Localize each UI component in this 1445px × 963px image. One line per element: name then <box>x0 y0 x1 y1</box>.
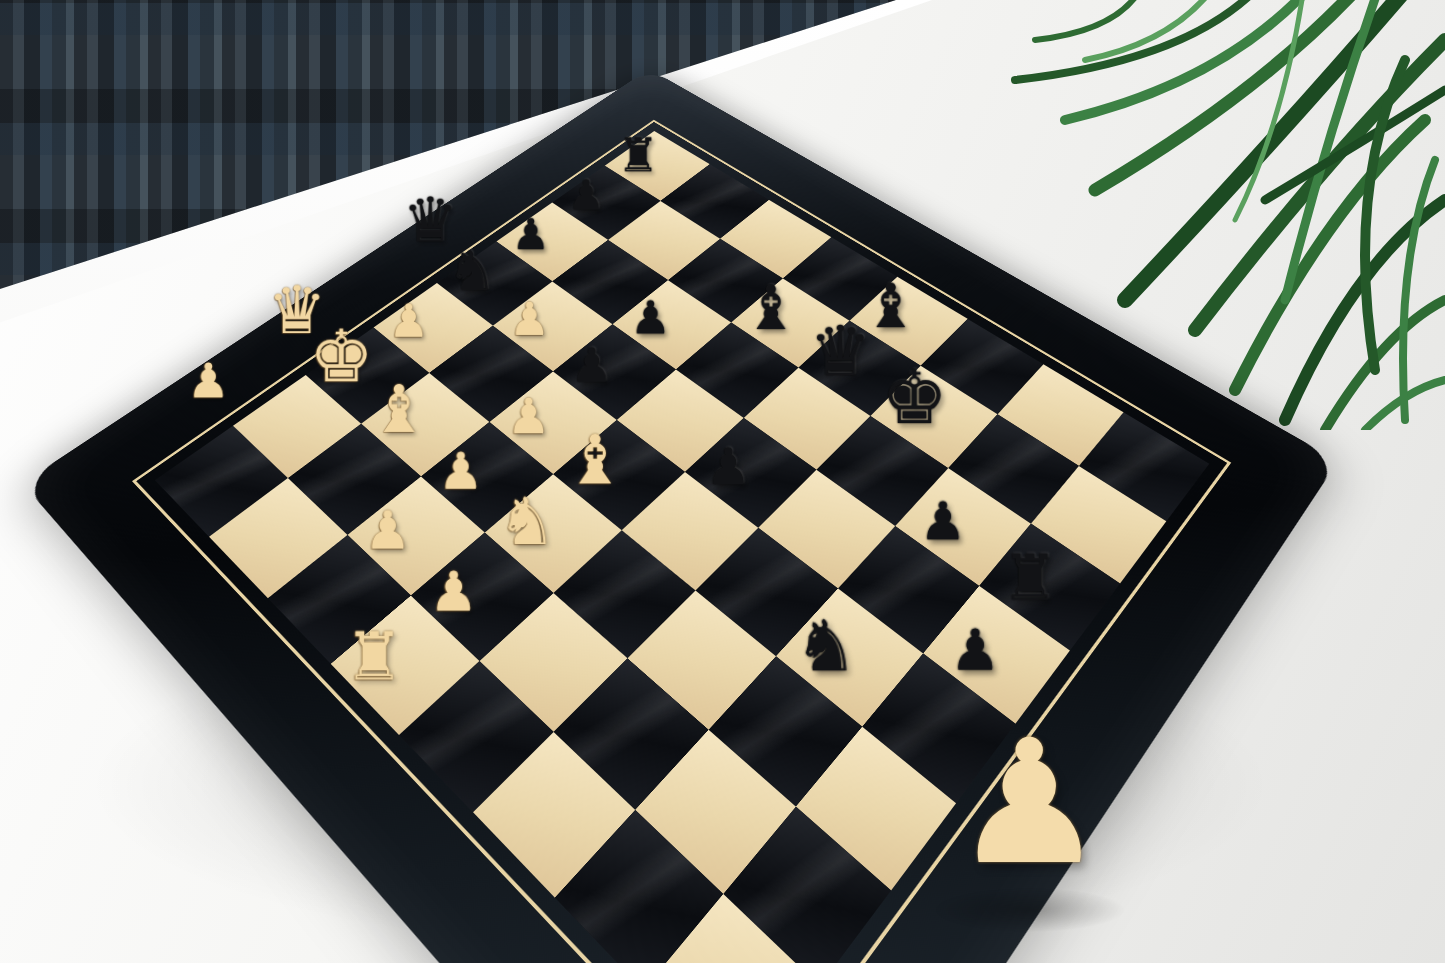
piece-white-knight[interactable]: ♞ <box>498 489 557 554</box>
piece-black-pawn[interactable]: ♟ <box>570 342 612 389</box>
piece-border-white-pawn[interactable]: ♟ <box>187 357 230 405</box>
piece-black-knight[interactable]: ♞ <box>794 611 857 682</box>
piece-black-pawn[interactable]: ♟ <box>950 622 1001 679</box>
piece-black-pawn[interactable]: ♟ <box>512 213 550 256</box>
offboard-white-pawn-slot: ♟ <box>183 354 278 428</box>
offboard-white-pawn-on-table[interactable]: ♟ <box>952 688 1102 918</box>
piece-black-pawn[interactable]: ♟ <box>568 175 605 217</box>
piece-white-bishop[interactable]: ♝ <box>369 377 428 443</box>
piece-black-pawn[interactable]: ♟ <box>706 442 751 493</box>
piece-black-pawn[interactable]: ♟ <box>919 495 966 547</box>
piece-black-rook[interactable]: ♜ <box>1002 546 1059 609</box>
piece-black-knight[interactable]: ♞ <box>447 244 496 299</box>
chessboard: ♜♝♟♝♛♚♟♟♟♜♞♟♟♟♟♟♟♝♞♚♝♟♞♟♟♜ ♛ ♛ ♟ <box>22 69 1338 963</box>
piece-white-pawn[interactable]: ♟ <box>509 297 550 343</box>
piece-white-bishop[interactable]: ♝ <box>564 427 625 495</box>
piece-white-pawn[interactable]: ♟ <box>388 298 429 344</box>
piece-black-pawn[interactable]: ♟ <box>630 295 671 341</box>
piece-white-pawn[interactable]: ♟ <box>364 504 411 557</box>
piece-white-king[interactable]: ♚ <box>309 321 374 393</box>
piece-black-king[interactable]: ♚ <box>881 361 947 435</box>
board-border: ♜♝♟♝♛♚♟♟♟♜♞♟♟♟♟♟♟♝♞♚♝♟♞♟♟♜ ♛ ♛ ♟ <box>22 69 1338 963</box>
piece-black-rook[interactable]: ♜ <box>617 132 659 179</box>
piece-black-bishop[interactable]: ♝ <box>743 278 798 339</box>
piece-white-pawn[interactable]: ♟ <box>438 446 484 497</box>
table-pawn-shadow <box>935 888 1125 932</box>
piece-black-queen[interactable]: ♛ <box>809 317 871 386</box>
piece-white-pawn[interactable]: ♟ <box>506 392 550 441</box>
piece-white-rook[interactable]: ♜ <box>344 623 403 689</box>
piece-black-bishop[interactable]: ♝ <box>863 276 918 337</box>
piece-white-pawn[interactable]: ♟ <box>429 565 478 620</box>
